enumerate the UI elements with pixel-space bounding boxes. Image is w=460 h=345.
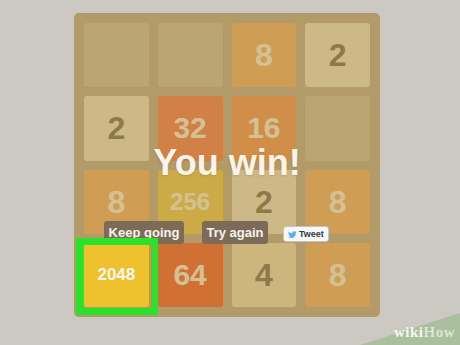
annotation-highlight-2048 <box>76 238 158 315</box>
tweet-button[interactable]: Tweet <box>283 226 329 242</box>
tweet-button-label: Tweet <box>299 229 324 239</box>
watermark-how-text: How <box>424 324 456 340</box>
twitter-bird-icon <box>288 230 297 239</box>
try-again-button[interactable]: Try again <box>202 221 268 244</box>
watermark-wiki-text: wiki <box>394 324 424 340</box>
win-message: You win! <box>74 142 380 184</box>
wikihow-watermark: wikiHow <box>394 324 455 341</box>
screenshot-stage: 822321682562820486448 You win! Keep goin… <box>0 0 460 345</box>
